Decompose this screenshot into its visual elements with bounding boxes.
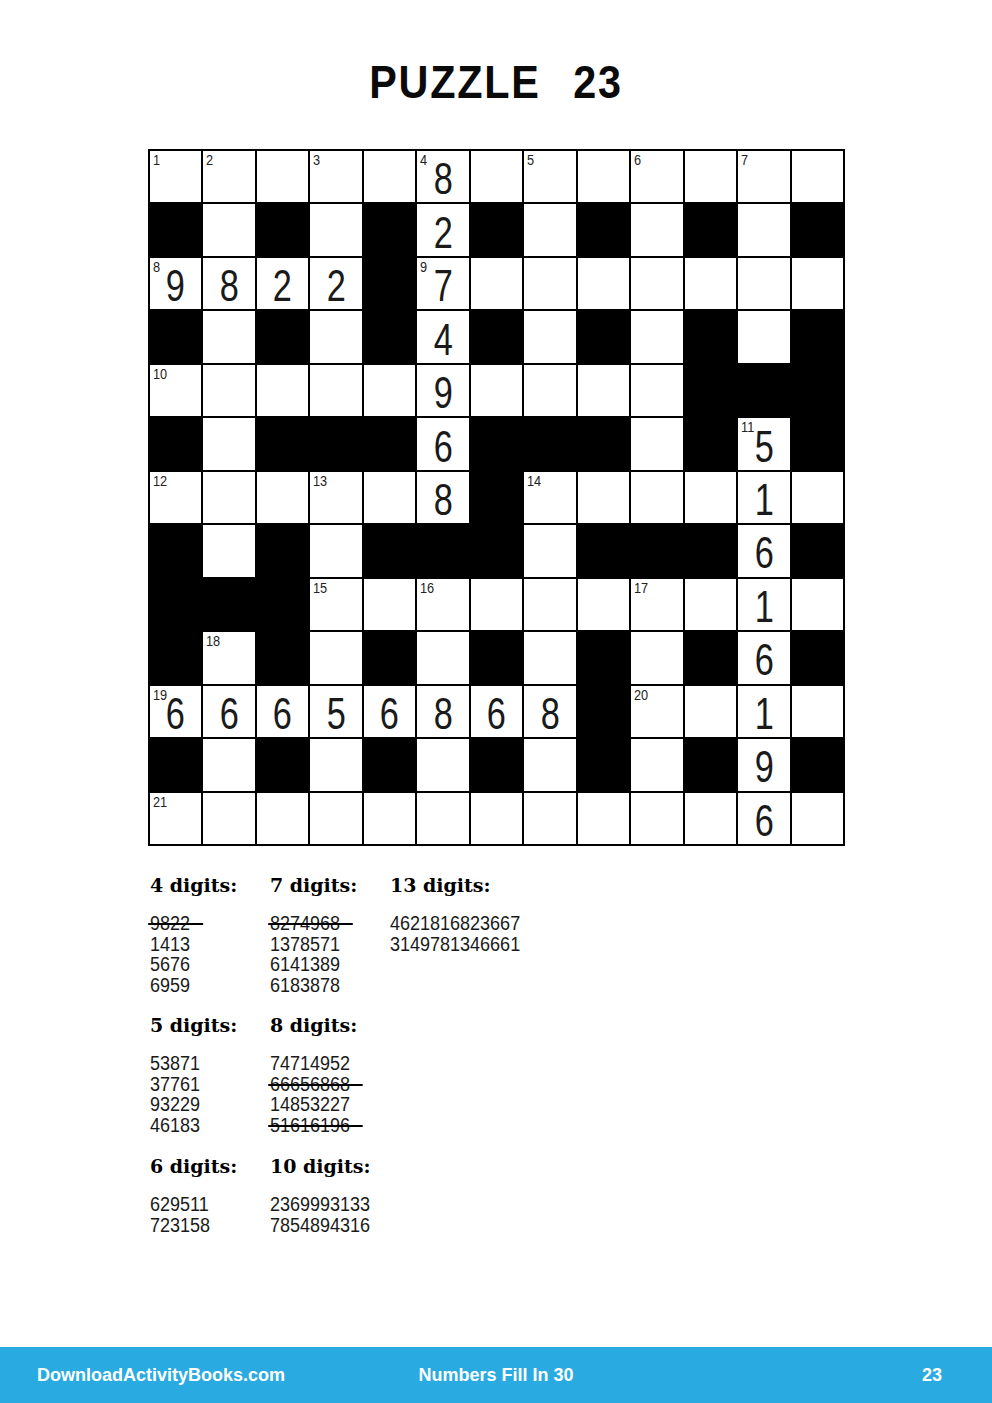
cell-r10c2[interactable]: 18 — [203, 632, 254, 683]
cell-r9c4[interactable]: 15 — [310, 579, 361, 630]
cell-r6c2[interactable] — [203, 418, 254, 469]
word-list-band-2: 5 digits:538713776193229461838 digits:74… — [150, 1014, 750, 1146]
clue-number: 6 — [634, 152, 641, 167]
cell-digit: 5 — [754, 420, 773, 469]
cell-r9c5[interactable] — [364, 579, 415, 630]
page-title: PUZZLE 23 — [60, 58, 933, 105]
cell-r12c5 — [364, 739, 415, 790]
clue-number: 12 — [153, 473, 167, 488]
cell-digit: 9 — [754, 740, 773, 789]
cell-r13c11[interactable] — [685, 793, 736, 844]
cell-digit: 6 — [380, 687, 399, 736]
cell-r1c4[interactable]: 3 — [310, 151, 361, 202]
cell-r1c2[interactable]: 2 — [203, 151, 254, 202]
cell-r4c13 — [792, 311, 843, 362]
cell-digit: 2 — [327, 259, 346, 308]
word-list-band-3: 6 digits:62951172315810 digits:236999313… — [150, 1155, 750, 1287]
clue-number: 4 — [420, 152, 427, 167]
cell-r1c11[interactable] — [685, 151, 736, 202]
cell-r10c7 — [471, 632, 522, 683]
cell-r2c4[interactable] — [310, 204, 361, 255]
cell-r6c3 — [257, 418, 308, 469]
word-list-header: 7 digits: — [270, 874, 357, 896]
cell-r1c10[interactable]: 6 — [631, 151, 682, 202]
cell-r4c9 — [578, 311, 629, 362]
word-entry: 2369993133 — [270, 1194, 370, 1215]
clue-number: 3 — [313, 152, 320, 167]
cell-digit: 6 — [487, 687, 506, 736]
cell-r7c12[interactable]: 1 — [738, 472, 789, 523]
cell-r8c1 — [150, 525, 201, 576]
clue-number: 9 — [420, 259, 427, 274]
cell-r4c3 — [257, 311, 308, 362]
cell-r6c1 — [150, 418, 201, 469]
cell-r5c12 — [738, 365, 789, 416]
word-entry: 1378571 — [270, 934, 340, 955]
cell-r2c11 — [685, 204, 736, 255]
cell-r2c13 — [792, 204, 843, 255]
word-list-header: 10 digits: — [270, 1155, 381, 1177]
cell-digit: 2 — [273, 259, 292, 308]
cell-r11c2[interactable]: 6 — [203, 686, 254, 737]
cell-r2c8[interactable] — [524, 204, 575, 255]
cell-r1c12[interactable]: 7 — [738, 151, 789, 202]
word-entry: 14853227 — [270, 1094, 350, 1115]
clue-number: 8 — [153, 259, 160, 274]
cell-r6c5 — [364, 418, 415, 469]
cell-r6c7 — [471, 418, 522, 469]
cell-r9c13[interactable] — [792, 579, 843, 630]
word-entry-struck: 51616196 — [270, 1115, 350, 1136]
cell-r12c12[interactable]: 9 — [738, 739, 789, 790]
cell-digit: 6 — [273, 687, 292, 736]
cell-r13c9[interactable] — [578, 793, 629, 844]
cell-r9c3 — [257, 579, 308, 630]
cell-r2c1 — [150, 204, 201, 255]
cell-r11c7[interactable]: 6 — [471, 686, 522, 737]
word-entry: 5676 — [150, 954, 190, 975]
cell-r10c10[interactable] — [631, 632, 682, 683]
cell-r11c10[interactable]: 20 — [631, 686, 682, 737]
cell-r4c10[interactable] — [631, 311, 682, 362]
word-entry-struck: 66656868 — [270, 1074, 350, 1095]
cell-r2c3 — [257, 204, 308, 255]
cell-r3c3[interactable]: 2 — [257, 258, 308, 309]
cell-r1c3[interactable] — [257, 151, 308, 202]
cell-digit: 6 — [220, 687, 239, 736]
word-list-entries: 8274968137857161413896183878 — [270, 896, 357, 995]
cell-r6c6[interactable]: 6 — [417, 418, 468, 469]
cell-r5c9[interactable] — [578, 365, 629, 416]
cell-r8c3 — [257, 525, 308, 576]
footer-page-number: 23 — [922, 1365, 942, 1386]
puzzle-grid: 1234856728982297410961151213814161516171… — [148, 149, 845, 846]
cell-digit: 1 — [754, 473, 773, 522]
clue-number: 10 — [153, 366, 167, 381]
cell-r11c6[interactable]: 8 — [417, 686, 468, 737]
cell-r3c5 — [364, 258, 415, 309]
cell-r7c4[interactable]: 13 — [310, 472, 361, 523]
cell-r3c1[interactable]: 89 — [150, 258, 201, 309]
word-list-entries: 9822141356766959 — [150, 896, 237, 995]
cell-r2c2[interactable] — [203, 204, 254, 255]
clue-number: 15 — [313, 580, 327, 595]
cell-r4c12[interactable] — [738, 311, 789, 362]
cell-r8c8[interactable] — [524, 525, 575, 576]
cell-r10c1 — [150, 632, 201, 683]
word-entry: 93229 — [150, 1094, 200, 1115]
cell-r8c12[interactable]: 6 — [738, 525, 789, 576]
cell-r8c6 — [417, 525, 468, 576]
word-entry: 46183 — [150, 1115, 200, 1136]
cell-r7c5[interactable] — [364, 472, 415, 523]
cell-r5c1[interactable]: 10 — [150, 365, 201, 416]
cell-r2c6[interactable]: 2 — [417, 204, 468, 255]
cell-r8c4[interactable] — [310, 525, 361, 576]
cell-r11c8[interactable]: 8 — [524, 686, 575, 737]
cell-r10c11 — [685, 632, 736, 683]
cell-r3c2[interactable]: 8 — [203, 258, 254, 309]
cell-r6c10[interactable] — [631, 418, 682, 469]
cell-r11c5[interactable]: 6 — [364, 686, 415, 737]
footer-book-title: Numbers Fill In 30 — [0, 1365, 992, 1386]
word-entry: 37761 — [150, 1074, 200, 1095]
cell-digit: 9 — [166, 259, 185, 308]
footer-bar: DownloadActivityBooks.com Numbers Fill I… — [0, 1347, 992, 1403]
clue-number: 18 — [206, 633, 220, 648]
cell-r4c8[interactable] — [524, 311, 575, 362]
word-entry: 6959 — [150, 975, 190, 996]
clue-number: 21 — [153, 794, 167, 809]
cell-r12c13 — [792, 739, 843, 790]
cell-r3c7[interactable] — [471, 258, 522, 309]
clue-number: 16 — [420, 580, 434, 595]
word-entry: 1413 — [150, 934, 190, 955]
word-list-entries: 23699931337854894316 — [270, 1177, 381, 1235]
cell-r5c5[interactable] — [364, 365, 415, 416]
cell-r7c7 — [471, 472, 522, 523]
cell-digit: 6 — [433, 420, 452, 469]
clue-number: 2 — [206, 152, 213, 167]
cell-r4c2[interactable] — [203, 311, 254, 362]
word-entry: 4621816823667 — [390, 913, 520, 934]
cell-r9c8[interactable] — [524, 579, 575, 630]
cell-r7c10[interactable] — [631, 472, 682, 523]
cell-r2c10[interactable] — [631, 204, 682, 255]
cell-r2c9 — [578, 204, 629, 255]
cell-r7c9[interactable] — [578, 472, 629, 523]
cell-r5c13 — [792, 365, 843, 416]
clue-number: 14 — [527, 473, 541, 488]
cell-r4c4[interactable] — [310, 311, 361, 362]
cell-r5c6[interactable]: 9 — [417, 365, 468, 416]
cell-digit: 4 — [433, 313, 452, 362]
cell-r2c7 — [471, 204, 522, 255]
cell-r13c6[interactable] — [417, 793, 468, 844]
word-list-8-digits: 8 digits:7471495266656868148532275161619… — [270, 1014, 359, 1135]
word-entry-struck: 8274968 — [270, 913, 340, 934]
cell-r9c9[interactable] — [578, 579, 629, 630]
word-entry: 74714952 — [270, 1053, 350, 1074]
cell-r11c4[interactable]: 5 — [310, 686, 361, 737]
cell-r3c12[interactable] — [738, 258, 789, 309]
cell-r4c1 — [150, 311, 201, 362]
cell-digit: 8 — [433, 152, 452, 201]
cell-r1c13[interactable] — [792, 151, 843, 202]
cell-r9c7[interactable] — [471, 579, 522, 630]
word-list-header: 5 digits: — [150, 1014, 237, 1036]
cell-r10c6[interactable] — [417, 632, 468, 683]
word-entry-struck: 9822 — [150, 913, 190, 934]
cell-r5c10[interactable] — [631, 365, 682, 416]
cell-r6c9 — [578, 418, 629, 469]
cell-r5c11 — [685, 365, 736, 416]
cell-r8c2[interactable] — [203, 525, 254, 576]
cell-r2c12[interactable] — [738, 204, 789, 255]
word-entry: 6183878 — [270, 975, 340, 996]
cell-r1c5[interactable] — [364, 151, 415, 202]
clue-number: 20 — [634, 687, 648, 702]
clue-number: 7 — [741, 152, 748, 167]
cell-digit: 1 — [754, 687, 773, 736]
cell-r8c9 — [578, 525, 629, 576]
cell-r10c4[interactable] — [310, 632, 361, 683]
cell-digit: 5 — [327, 687, 346, 736]
cell-r3c10[interactable] — [631, 258, 682, 309]
word-list-10-digits: 10 digits:23699931337854894316 — [270, 1155, 381, 1235]
cell-r3c11[interactable] — [685, 258, 736, 309]
word-list-7-digits: 7 digits:8274968137857161413896183878 — [270, 874, 357, 995]
word-list-header: 6 digits: — [150, 1155, 237, 1177]
cell-r1c6[interactable]: 48 — [417, 151, 468, 202]
cell-r7c11[interactable] — [685, 472, 736, 523]
cell-r8c13 — [792, 525, 843, 576]
cell-r11c3[interactable]: 6 — [257, 686, 308, 737]
cell-r10c12[interactable]: 6 — [738, 632, 789, 683]
word-entry: 629511 — [150, 1194, 209, 1215]
clue-number: 1 — [153, 152, 160, 167]
word-entry: 53871 — [150, 1053, 200, 1074]
cell-digit: 8 — [433, 473, 452, 522]
cell-r7c1[interactable]: 12 — [150, 472, 201, 523]
word-list-entries: 629511723158 — [150, 1177, 237, 1235]
clue-number: 17 — [634, 580, 648, 595]
cell-r10c5 — [364, 632, 415, 683]
cell-r13c5[interactable] — [364, 793, 415, 844]
cell-r8c5 — [364, 525, 415, 576]
cell-r3c9[interactable] — [578, 258, 629, 309]
cell-r4c6[interactable]: 4 — [417, 311, 468, 362]
cell-r11c13[interactable] — [792, 686, 843, 737]
cell-r12c10[interactable] — [631, 739, 682, 790]
word-list-header: 13 digits: — [390, 874, 535, 896]
cell-r2c5 — [364, 204, 415, 255]
cell-r3c6[interactable]: 97 — [417, 258, 468, 309]
cell-r13c1[interactable]: 21 — [150, 793, 201, 844]
cell-digit: 8 — [433, 687, 452, 736]
cell-r9c12[interactable]: 1 — [738, 579, 789, 630]
cell-r7c8[interactable]: 14 — [524, 472, 575, 523]
word-list-6-digits: 6 digits:629511723158 — [150, 1155, 237, 1235]
cell-r9c1 — [150, 579, 201, 630]
cell-r12c4[interactable] — [310, 739, 361, 790]
cell-r12c2[interactable] — [203, 739, 254, 790]
cell-r6c13 — [792, 418, 843, 469]
cell-r12c9 — [578, 739, 629, 790]
cell-r13c13[interactable] — [792, 793, 843, 844]
cell-r10c13 — [792, 632, 843, 683]
cell-r6c4 — [310, 418, 361, 469]
cell-r9c11[interactable] — [685, 579, 736, 630]
cell-r13c7[interactable] — [471, 793, 522, 844]
clue-number: 5 — [527, 152, 534, 167]
cell-r6c12[interactable]: 115 — [738, 418, 789, 469]
cell-r11c9 — [578, 686, 629, 737]
cell-r5c3[interactable] — [257, 365, 308, 416]
cell-r12c11 — [685, 739, 736, 790]
cell-r13c12[interactable]: 6 — [738, 793, 789, 844]
cell-digit: 1 — [754, 580, 773, 629]
cell-r4c7 — [471, 311, 522, 362]
cell-r8c11 — [685, 525, 736, 576]
cell-r10c8[interactable] — [524, 632, 575, 683]
word-list-entries: 74714952666568681485322751616196 — [270, 1036, 359, 1135]
cell-r13c8[interactable] — [524, 793, 575, 844]
cell-digit: 7 — [433, 259, 452, 308]
word-list-header: 8 digits: — [270, 1014, 359, 1036]
cell-r12c7 — [471, 739, 522, 790]
word-list-13-digits: 13 digits:46218168236673149781346661 — [390, 874, 535, 954]
cell-r12c1 — [150, 739, 201, 790]
cell-r6c11 — [685, 418, 736, 469]
cell-r13c3[interactable] — [257, 793, 308, 844]
cell-r1c8[interactable]: 5 — [524, 151, 575, 202]
cell-r8c10 — [631, 525, 682, 576]
cell-digit: 6 — [166, 687, 185, 736]
word-list-5-digits: 5 digits:53871377619322946183 — [150, 1014, 237, 1135]
cell-digit: 8 — [540, 687, 559, 736]
cell-r4c5 — [364, 311, 415, 362]
word-list-entries: 53871377619322946183 — [150, 1036, 237, 1135]
cell-digit: 6 — [754, 633, 773, 682]
cell-r12c3 — [257, 739, 308, 790]
cell-r6c8 — [524, 418, 575, 469]
cell-digit: 2 — [433, 206, 452, 255]
cell-r7c3[interactable] — [257, 472, 308, 523]
cell-r5c2[interactable] — [203, 365, 254, 416]
clue-number: 11 — [741, 419, 754, 434]
cell-r9c6[interactable]: 16 — [417, 579, 468, 630]
cell-r8c7 — [471, 525, 522, 576]
cell-r12c6[interactable] — [417, 739, 468, 790]
cell-r10c3 — [257, 632, 308, 683]
cell-r11c11[interactable] — [685, 686, 736, 737]
cell-r5c8[interactable] — [524, 365, 575, 416]
cell-r1c7[interactable] — [471, 151, 522, 202]
cell-r5c7[interactable] — [471, 365, 522, 416]
word-list-band-1: 4 digits:98221413567669597 digits:827496… — [150, 874, 750, 1006]
cell-r1c9[interactable] — [578, 151, 629, 202]
cell-r7c2[interactable] — [203, 472, 254, 523]
cell-r7c13[interactable] — [792, 472, 843, 523]
cell-r3c4[interactable]: 2 — [310, 258, 361, 309]
cell-digit: 6 — [754, 526, 773, 575]
cell-r7c6[interactable]: 8 — [417, 472, 468, 523]
cell-r1c1[interactable]: 1 — [150, 151, 201, 202]
word-entry: 6141389 — [270, 954, 340, 975]
cell-r12c8[interactable] — [524, 739, 575, 790]
word-entry: 7854894316 — [270, 1215, 370, 1236]
word-list-entries: 46218168236673149781346661 — [390, 896, 535, 954]
cell-r4c11 — [685, 311, 736, 362]
cell-digit: 6 — [754, 794, 773, 843]
cell-r9c2 — [203, 579, 254, 630]
cell-r13c10[interactable] — [631, 793, 682, 844]
word-entry: 723158 — [150, 1215, 210, 1236]
cell-r3c8[interactable] — [524, 258, 575, 309]
cell-r11c1[interactable]: 196 — [150, 686, 201, 737]
cell-r13c4[interactable] — [310, 793, 361, 844]
cell-r3c13[interactable] — [792, 258, 843, 309]
cell-digit: 8 — [220, 259, 239, 308]
word-entry: 3149781346661 — [390, 934, 520, 955]
cell-r13c2[interactable] — [203, 793, 254, 844]
puzzle-page: PUZZLE 23 123485672898229741096115121381… — [0, 0, 992, 1403]
cell-r11c12[interactable]: 1 — [738, 686, 789, 737]
word-list-4-digits: 4 digits:9822141356766959 — [150, 874, 237, 995]
cell-digit: 9 — [433, 366, 452, 415]
cell-r5c4[interactable] — [310, 365, 361, 416]
clue-number: 13 — [313, 473, 327, 488]
cell-r9c10[interactable]: 17 — [631, 579, 682, 630]
word-list-header: 4 digits: — [150, 874, 237, 896]
cell-r10c9 — [578, 632, 629, 683]
